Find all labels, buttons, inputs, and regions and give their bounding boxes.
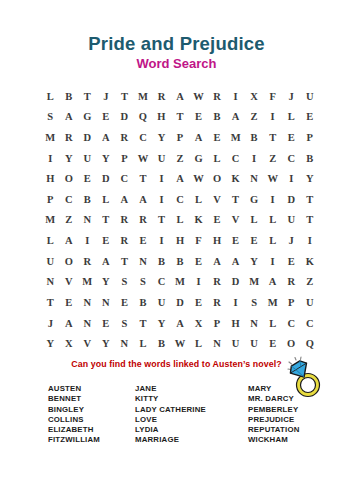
word-list-item: MARY <box>248 384 300 394</box>
grid-cell-r1c4: J <box>97 86 116 107</box>
grid-cell-r10c15: Z <box>300 272 319 293</box>
grid-cell-r11c13: M <box>263 292 282 313</box>
grid-cell-r13c2: X <box>60 333 79 354</box>
grid-cell-r7c10: E <box>208 210 227 231</box>
grid-cell-r3c2: R <box>60 127 79 148</box>
grid-cell-r10c12: M <box>245 272 264 293</box>
grid-cell-r2c14: L <box>282 107 301 128</box>
word-list-item: PEMBERLEY <box>248 405 300 415</box>
grid-cell-r8c15: I <box>300 230 319 251</box>
grid-cell-r9c6: N <box>134 251 153 272</box>
grid-cell-r2c11: A <box>226 107 245 128</box>
grid-cell-r5c8: A <box>171 168 190 189</box>
grid-cell-r6c8: C <box>171 189 190 210</box>
grid-cell-r11c1: T <box>41 292 60 313</box>
word-list-column-3: MARYMR. DARCYPEMBERLEYPREJUDICEREPUTATIO… <box>248 384 300 446</box>
grid-cell-r6c10: V <box>208 189 227 210</box>
grid-cell-r5c1: H <box>41 168 60 189</box>
grid-cell-r12c13: L <box>263 313 282 334</box>
grid-cell-r1c13: F <box>263 86 282 107</box>
grid-cell-r5c4: D <box>97 168 116 189</box>
grid-cell-r3c7: Y <box>152 127 171 148</box>
grid-cell-r7c13: L <box>263 210 282 231</box>
grid-cell-r6c14: D <box>282 189 301 210</box>
grid-cell-r12c2: A <box>60 313 79 334</box>
grid-cell-r8c12: E <box>245 230 264 251</box>
grid-cell-r13c7: B <box>152 333 171 354</box>
grid-cell-r5c13: W <box>263 168 282 189</box>
grid-cell-r10c7: C <box>152 272 171 293</box>
grid-cell-r9c2: O <box>60 251 79 272</box>
grid-cell-r5c3: E <box>78 168 97 189</box>
grid-cell-r6c6: A <box>134 189 153 210</box>
word-list-item: LYDIA <box>135 425 206 435</box>
word-list-item: FITZWILLIAM <box>48 435 100 445</box>
grid-cell-r4c9: G <box>189 148 208 169</box>
grid-cell-r9c7: B <box>152 251 171 272</box>
grid-cell-r6c1: P <box>41 189 60 210</box>
grid-cell-r6c15: T <box>300 189 319 210</box>
word-list-item: REPUTATION <box>248 425 300 435</box>
grid-cell-r5c15: Y <box>300 168 319 189</box>
grid-cell-r1c5: T <box>115 86 134 107</box>
grid-cell-r6c4: L <box>97 189 116 210</box>
grid-cell-r13c14: O <box>282 333 301 354</box>
grid-cell-r5c10: O <box>208 168 227 189</box>
grid-cell-r10c5: S <box>115 272 134 293</box>
grid-cell-r12c4: E <box>97 313 116 334</box>
grid-cell-r11c12: S <box>245 292 264 313</box>
grid-cell-r11c8: D <box>171 292 190 313</box>
grid-cell-r4c11: C <box>226 148 245 169</box>
grid-cell-r13c4: Y <box>97 333 116 354</box>
grid-cell-r13c10: N <box>208 333 227 354</box>
grid-cell-r11c3: N <box>78 292 97 313</box>
grid-cell-r13c9: L <box>189 333 208 354</box>
grid-cell-r1c12: X <box>245 86 264 107</box>
grid-cell-r10c6: S <box>134 272 153 293</box>
grid-cell-r10c4: Y <box>97 272 116 293</box>
grid-cell-r4c4: Y <box>97 148 116 169</box>
grid-cell-r1c3: T <box>78 86 97 107</box>
grid-cell-r1c6: M <box>134 86 153 107</box>
grid-cell-r1c10: R <box>208 86 227 107</box>
grid-cell-r1c9: W <box>189 86 208 107</box>
grid-cell-r10c13: A <box>263 272 282 293</box>
grid-cell-r9c1: U <box>41 251 60 272</box>
grid-cell-r9c15: K <box>300 251 319 272</box>
grid-cell-r9c8: B <box>171 251 190 272</box>
grid-cell-r3c3: D <box>78 127 97 148</box>
grid-cell-r3c11: M <box>226 127 245 148</box>
grid-cell-r3c9: A <box>189 127 208 148</box>
word-list-item: BENNET <box>48 394 100 404</box>
grid-cell-r1c11: I <box>226 86 245 107</box>
grid-cell-r9c10: A <box>208 251 227 272</box>
grid-cell-r3c15: P <box>300 127 319 148</box>
grid-cell-r2c13: I <box>263 107 282 128</box>
grid-cell-r1c2: B <box>60 86 79 107</box>
grid-cell-r12c5: S <box>115 313 134 334</box>
grid-cell-r10c11: D <box>226 272 245 293</box>
grid-cell-r2c2: A <box>60 107 79 128</box>
grid-cell-r8c13: L <box>263 230 282 251</box>
grid-cell-r8c3: I <box>78 230 97 251</box>
word-list-item: COLLINS <box>48 415 100 425</box>
grid-cell-r1c8: A <box>171 86 190 107</box>
grid-cell-r6c3: B <box>78 189 97 210</box>
grid-cell-r5c7: I <box>152 168 171 189</box>
word-grid: LBTJTMRAWRIXFJUSAGEDQHTEBAZILEMRDARCYPAE… <box>41 86 319 354</box>
word-list-item: MARRIAGE <box>135 435 206 445</box>
grid-cell-r3c14: E <box>282 127 301 148</box>
grid-cell-r2c15: E <box>300 107 319 128</box>
grid-cell-r5c11: K <box>226 168 245 189</box>
grid-cell-r1c15: U <box>300 86 319 107</box>
grid-cell-r12c15: C <box>300 313 319 334</box>
grid-cell-r8c1: L <box>41 230 60 251</box>
grid-cell-r7c12: L <box>245 210 264 231</box>
grid-cell-r8c7: I <box>152 230 171 251</box>
word-list-item: MR. DARCY <box>248 394 300 404</box>
grid-cell-r13c15: Q <box>300 333 319 354</box>
grid-cell-r8c11: E <box>226 230 245 251</box>
grid-cell-r4c12: I <box>245 148 264 169</box>
grid-cell-r10c10: R <box>208 272 227 293</box>
grid-cell-r7c3: N <box>78 210 97 231</box>
puzzle-title: Pride and Prejudice <box>0 33 353 55</box>
word-list-column-2: JANEKITTYLADY CATHERINELOVELYDIAMARRIAGE <box>135 384 206 446</box>
grid-cell-r5c2: O <box>60 168 79 189</box>
grid-cell-r7c8: L <box>171 210 190 231</box>
grid-cell-r13c11: U <box>226 333 245 354</box>
grid-cell-r6c7: I <box>152 189 171 210</box>
grid-cell-r2c10: B <box>208 107 227 128</box>
grid-cell-r2c12: Z <box>245 107 264 128</box>
grid-cell-r6c12: G <box>245 189 264 210</box>
grid-cell-r12c6: T <box>134 313 153 334</box>
grid-cell-r13c12: U <box>245 333 264 354</box>
grid-cell-r13c13: E <box>263 333 282 354</box>
grid-cell-r12c9: X <box>189 313 208 334</box>
grid-cell-r7c5: R <box>115 210 134 231</box>
grid-cell-r6c5: A <box>115 189 134 210</box>
grid-cell-r2c9: E <box>189 107 208 128</box>
grid-cell-r12c10: P <box>208 313 227 334</box>
word-list-item: WICKHAM <box>248 435 300 445</box>
grid-cell-r3c6: C <box>134 127 153 148</box>
grid-cell-r8c6: E <box>134 230 153 251</box>
grid-cell-r12c7: Y <box>152 313 171 334</box>
grid-cell-r2c8: T <box>171 107 190 128</box>
grid-cell-r4c7: U <box>152 148 171 169</box>
grid-cell-r11c2: E <box>60 292 79 313</box>
grid-cell-r11c4: N <box>97 292 116 313</box>
grid-cell-r7c4: T <box>97 210 116 231</box>
grid-cell-r12c8: A <box>171 313 190 334</box>
grid-cell-r12c1: J <box>41 313 60 334</box>
grid-cell-r9c9: E <box>189 251 208 272</box>
grid-cell-r11c7: U <box>152 292 171 313</box>
grid-cell-r13c3: V <box>78 333 97 354</box>
grid-cell-r5c12: N <box>245 168 264 189</box>
grid-cell-r11c14: P <box>282 292 301 313</box>
grid-cell-r5c14: I <box>282 168 301 189</box>
word-list-item: PREJUDICE <box>248 415 300 425</box>
grid-cell-r3c12: B <box>245 127 264 148</box>
grid-cell-r9c14: E <box>282 251 301 272</box>
grid-cell-r3c5: R <box>115 127 134 148</box>
word-list-item: ELIZABETH <box>48 425 100 435</box>
word-list-item: BINGLEY <box>48 405 100 415</box>
grid-cell-r13c6: L <box>134 333 153 354</box>
grid-cell-r3c1: M <box>41 127 60 148</box>
grid-cell-r4c13: Z <box>263 148 282 169</box>
grid-cell-r13c5: N <box>115 333 134 354</box>
grid-cell-r10c3: M <box>78 272 97 293</box>
grid-cell-r2c6: Q <box>134 107 153 128</box>
grid-cell-r11c15: U <box>300 292 319 313</box>
grid-cell-r11c11: I <box>226 292 245 313</box>
grid-cell-r8c9: F <box>189 230 208 251</box>
grid-cell-r9c4: A <box>97 251 116 272</box>
word-list-column-1: AUSTENBENNETBINGLEYCOLLINSELIZABETHFITZW… <box>48 384 100 446</box>
grid-cell-r8c14: J <box>282 230 301 251</box>
grid-cell-r12c11: H <box>226 313 245 334</box>
grid-cell-r6c13: I <box>263 189 282 210</box>
grid-cell-r2c4: E <box>97 107 116 128</box>
grid-cell-r2c5: D <box>115 107 134 128</box>
grid-cell-r9c3: R <box>78 251 97 272</box>
grid-cell-r8c10: H <box>208 230 227 251</box>
grid-cell-r6c11: T <box>226 189 245 210</box>
word-list-item: AUSTEN <box>48 384 100 394</box>
grid-cell-r4c3: U <box>78 148 97 169</box>
grid-cell-r6c9: L <box>189 189 208 210</box>
grid-cell-r11c5: E <box>115 292 134 313</box>
grid-cell-r10c9: I <box>189 272 208 293</box>
grid-cell-r8c5: R <box>115 230 134 251</box>
grid-cell-r13c1: Y <box>41 333 60 354</box>
grid-cell-r7c9: K <box>189 210 208 231</box>
grid-cell-r1c7: R <box>152 86 171 107</box>
grid-cell-r2c3: G <box>78 107 97 128</box>
grid-cell-r1c14: J <box>282 86 301 107</box>
grid-cell-r5c9: W <box>189 168 208 189</box>
grid-cell-r7c11: V <box>226 210 245 231</box>
grid-cell-r3c13: T <box>263 127 282 148</box>
grid-cell-r5c6: T <box>134 168 153 189</box>
grid-cell-r3c4: A <box>97 127 116 148</box>
grid-cell-r4c8: Z <box>171 148 190 169</box>
grid-cell-r9c12: Y <box>245 251 264 272</box>
grid-cell-r11c6: B <box>134 292 153 313</box>
grid-cell-r10c8: M <box>171 272 190 293</box>
grid-cell-r11c9: E <box>189 292 208 313</box>
grid-cell-r5c5: C <box>115 168 134 189</box>
grid-cell-r10c14: R <box>282 272 301 293</box>
grid-cell-r8c4: E <box>97 230 116 251</box>
grid-cell-r2c7: H <box>152 107 171 128</box>
grid-cell-r9c11: A <box>226 251 245 272</box>
grid-cell-r13c8: W <box>171 333 190 354</box>
grid-cell-r2c1: S <box>41 107 60 128</box>
grid-cell-r8c8: H <box>171 230 190 251</box>
grid-cell-r3c10: E <box>208 127 227 148</box>
grid-cell-r4c5: P <box>115 148 134 169</box>
grid-cell-r10c1: N <box>41 272 60 293</box>
grid-cell-r7c15: T <box>300 210 319 231</box>
grid-cell-r1c1: L <box>41 86 60 107</box>
grid-cell-r8c2: A <box>60 230 79 251</box>
grid-cell-r4c6: W <box>134 148 153 169</box>
grid-cell-r9c13: I <box>263 251 282 272</box>
grid-cell-r7c1: M <box>41 210 60 231</box>
grid-cell-r4c10: L <box>208 148 227 169</box>
grid-cell-r10c2: V <box>60 272 79 293</box>
grid-cell-r12c3: N <box>78 313 97 334</box>
grid-cell-r12c12: N <box>245 313 264 334</box>
grid-cell-r4c15: B <box>300 148 319 169</box>
word-list-item: LADY CATHERINE <box>135 405 206 415</box>
grid-cell-r9c5: T <box>115 251 134 272</box>
word-list-item: JANE <box>135 384 206 394</box>
grid-cell-r4c2: Y <box>60 148 79 169</box>
grid-cell-r12c14: C <box>282 313 301 334</box>
word-list-item: KITTY <box>135 394 206 404</box>
grid-cell-r7c14: U <box>282 210 301 231</box>
grid-cell-r4c14: C <box>282 148 301 169</box>
word-list-item: LOVE <box>135 415 206 425</box>
puzzle-subtitle: Word Search <box>0 56 353 71</box>
grid-cell-r7c7: T <box>152 210 171 231</box>
grid-cell-r7c2: Z <box>60 210 79 231</box>
grid-cell-r4c1: I <box>41 148 60 169</box>
grid-cell-r3c8: P <box>171 127 190 148</box>
grid-cell-r11c10: R <box>208 292 227 313</box>
grid-cell-r6c2: C <box>60 189 79 210</box>
grid-cell-r7c6: R <box>134 210 153 231</box>
